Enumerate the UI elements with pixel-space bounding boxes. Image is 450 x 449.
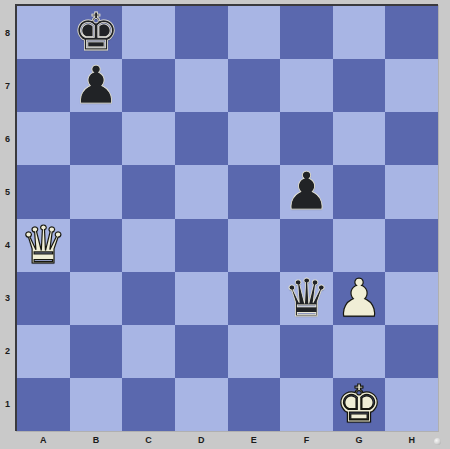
rank-label-7: 7 xyxy=(0,59,15,112)
square-d6[interactable] xyxy=(175,112,228,165)
square-e5[interactable] xyxy=(228,165,281,218)
square-a6[interactable] xyxy=(17,112,70,165)
square-h2[interactable] xyxy=(385,325,438,378)
square-g1[interactable]: ♚ xyxy=(333,378,386,431)
square-g8[interactable] xyxy=(333,6,386,59)
square-b5[interactable] xyxy=(70,165,123,218)
square-h5[interactable] xyxy=(385,165,438,218)
square-d5[interactable] xyxy=(175,165,228,218)
black-queen-f3[interactable]: ♛ xyxy=(283,272,330,325)
rank-label-8: 8 xyxy=(0,6,15,59)
square-f2[interactable] xyxy=(280,325,333,378)
square-c3[interactable] xyxy=(122,272,175,325)
square-b6[interactable] xyxy=(70,112,123,165)
board-grid: ♚♟♟♛♛♟♚ xyxy=(15,4,438,431)
rank-label-2: 2 xyxy=(0,325,15,378)
square-a1[interactable] xyxy=(17,378,70,431)
square-g6[interactable] xyxy=(333,112,386,165)
chess-board-frame: 8 7 6 5 4 3 2 1 ♚♟♟♛♛♟♚ A B C D E F G H xyxy=(0,0,450,449)
square-f6[interactable] xyxy=(280,112,333,165)
square-h8[interactable] xyxy=(385,6,438,59)
square-d7[interactable] xyxy=(175,59,228,112)
square-b1[interactable] xyxy=(70,378,123,431)
square-a4[interactable]: ♛ xyxy=(17,219,70,272)
square-f5[interactable]: ♟ xyxy=(280,165,333,218)
square-c8[interactable] xyxy=(122,6,175,59)
rank-label-4: 4 xyxy=(0,219,15,272)
white-king-g1[interactable]: ♚ xyxy=(336,378,383,431)
square-e7[interactable] xyxy=(228,59,281,112)
square-a2[interactable] xyxy=(17,325,70,378)
square-c2[interactable] xyxy=(122,325,175,378)
square-h3[interactable] xyxy=(385,272,438,325)
square-a8[interactable] xyxy=(17,6,70,59)
square-b2[interactable] xyxy=(70,325,123,378)
file-labels: A B C D E F G H xyxy=(17,431,438,449)
square-d3[interactable] xyxy=(175,272,228,325)
file-label-h: H xyxy=(385,431,438,449)
square-c1[interactable] xyxy=(122,378,175,431)
square-b4[interactable] xyxy=(70,219,123,272)
square-c7[interactable] xyxy=(122,59,175,112)
black-king-b8[interactable]: ♚ xyxy=(73,6,120,59)
corner-dot xyxy=(434,438,441,445)
square-f4[interactable] xyxy=(280,219,333,272)
square-c5[interactable] xyxy=(122,165,175,218)
square-d2[interactable] xyxy=(175,325,228,378)
square-f3[interactable]: ♛ xyxy=(280,272,333,325)
square-f8[interactable] xyxy=(280,6,333,59)
file-label-b: B xyxy=(70,431,123,449)
square-d8[interactable] xyxy=(175,6,228,59)
square-b8[interactable]: ♚ xyxy=(70,6,123,59)
square-e1[interactable] xyxy=(228,378,281,431)
square-h6[interactable] xyxy=(385,112,438,165)
square-b3[interactable] xyxy=(70,272,123,325)
square-b7[interactable]: ♟ xyxy=(70,59,123,112)
square-d1[interactable] xyxy=(175,378,228,431)
rank-label-3: 3 xyxy=(0,272,15,325)
square-h7[interactable] xyxy=(385,59,438,112)
file-label-a: A xyxy=(17,431,70,449)
white-queen-a4[interactable]: ♛ xyxy=(20,219,67,272)
square-e3[interactable] xyxy=(228,272,281,325)
rank-label-5: 5 xyxy=(0,165,15,218)
square-c4[interactable] xyxy=(122,219,175,272)
square-g3[interactable]: ♟ xyxy=(333,272,386,325)
square-g7[interactable] xyxy=(333,59,386,112)
square-a3[interactable] xyxy=(17,272,70,325)
rank-label-1: 1 xyxy=(0,378,15,431)
square-d4[interactable] xyxy=(175,219,228,272)
file-label-d: D xyxy=(175,431,228,449)
square-g4[interactable] xyxy=(333,219,386,272)
square-h4[interactable] xyxy=(385,219,438,272)
black-pawn-f5[interactable]: ♟ xyxy=(283,165,330,218)
square-a5[interactable] xyxy=(17,165,70,218)
file-label-f: F xyxy=(280,431,333,449)
black-pawn-b7[interactable]: ♟ xyxy=(73,59,120,112)
white-pawn-g3[interactable]: ♟ xyxy=(336,272,383,325)
square-g5[interactable] xyxy=(333,165,386,218)
rank-label-6: 6 xyxy=(0,112,15,165)
square-f1[interactable] xyxy=(280,378,333,431)
square-e6[interactable] xyxy=(228,112,281,165)
square-e4[interactable] xyxy=(228,219,281,272)
square-h1[interactable] xyxy=(385,378,438,431)
file-label-g: G xyxy=(333,431,386,449)
square-e8[interactable] xyxy=(228,6,281,59)
square-g2[interactable] xyxy=(333,325,386,378)
square-e2[interactable] xyxy=(228,325,281,378)
square-f7[interactable] xyxy=(280,59,333,112)
rank-labels: 8 7 6 5 4 3 2 1 xyxy=(0,6,15,431)
file-label-c: C xyxy=(122,431,175,449)
file-label-e: E xyxy=(228,431,281,449)
square-c6[interactable] xyxy=(122,112,175,165)
square-a7[interactable] xyxy=(17,59,70,112)
